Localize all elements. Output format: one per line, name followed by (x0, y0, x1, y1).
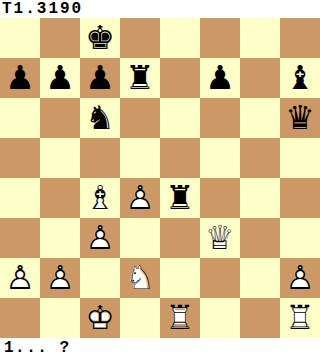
square-g2[interactable] (240, 258, 280, 298)
chess-board: ♚♟♟♟♜♟♝♞♛♝♗♟♙♜♟♙♛♕♟♙♟♙♞♘♟♙♚♔♜♖♜♖ (0, 18, 320, 338)
square-e4[interactable]: ♜ (160, 178, 200, 218)
square-e8[interactable] (160, 18, 200, 58)
black-rook-piece: ♜ (120, 58, 160, 98)
square-a1[interactable] (0, 298, 40, 338)
square-h6[interactable]: ♛ (280, 98, 320, 138)
square-g5[interactable] (240, 138, 280, 178)
square-f5[interactable] (200, 138, 240, 178)
white-queen-piece: ♕ (200, 218, 240, 258)
square-d4[interactable]: ♟♙ (120, 178, 160, 218)
square-f4[interactable] (200, 178, 240, 218)
black-knight-piece: ♞ (80, 98, 120, 138)
square-c4[interactable]: ♝♗ (80, 178, 120, 218)
puzzle-title: T1.3190 (0, 0, 320, 18)
square-b8[interactable] (40, 18, 80, 58)
square-e3[interactable] (160, 218, 200, 258)
square-f6[interactable] (200, 98, 240, 138)
square-f3[interactable]: ♛♕ (200, 218, 240, 258)
square-e1[interactable]: ♜♖ (160, 298, 200, 338)
square-d6[interactable] (120, 98, 160, 138)
square-b1[interactable] (40, 298, 80, 338)
square-e6[interactable] (160, 98, 200, 138)
square-a8[interactable] (0, 18, 40, 58)
square-g3[interactable] (240, 218, 280, 258)
square-d2[interactable]: ♞♘ (120, 258, 160, 298)
white-pawn-piece: ♙ (120, 178, 160, 218)
square-e5[interactable] (160, 138, 200, 178)
square-b2[interactable]: ♟♙ (40, 258, 80, 298)
white-king-piece: ♔ (80, 298, 120, 338)
square-h2[interactable]: ♟♙ (280, 258, 320, 298)
square-d7[interactable]: ♜ (120, 58, 160, 98)
square-b7[interactable]: ♟ (40, 58, 80, 98)
square-h7[interactable]: ♝ (280, 58, 320, 98)
square-b6[interactable] (40, 98, 80, 138)
white-pawn-piece: ♙ (80, 218, 120, 258)
square-h4[interactable] (280, 178, 320, 218)
square-c6[interactable]: ♞ (80, 98, 120, 138)
black-pawn-piece: ♟ (40, 58, 80, 98)
square-b3[interactable] (40, 218, 80, 258)
square-h8[interactable] (280, 18, 320, 58)
square-e7[interactable] (160, 58, 200, 98)
white-bishop-piece: ♗ (80, 178, 120, 218)
black-pawn-piece: ♟ (80, 58, 120, 98)
square-g8[interactable] (240, 18, 280, 58)
square-c8[interactable]: ♚ (80, 18, 120, 58)
square-e2[interactable] (160, 258, 200, 298)
square-a4[interactable] (0, 178, 40, 218)
black-bishop-piece: ♝ (280, 58, 320, 98)
black-rook-piece: ♜ (160, 178, 200, 218)
square-c1[interactable]: ♚♔ (80, 298, 120, 338)
square-f1[interactable] (200, 298, 240, 338)
square-d8[interactable] (120, 18, 160, 58)
black-king-piece: ♚ (80, 18, 120, 58)
square-a3[interactable] (0, 218, 40, 258)
white-pawn-piece: ♙ (0, 258, 40, 298)
square-a5[interactable] (0, 138, 40, 178)
square-a7[interactable]: ♟ (0, 58, 40, 98)
square-b4[interactable] (40, 178, 80, 218)
square-d5[interactable] (120, 138, 160, 178)
square-h1[interactable]: ♜♖ (280, 298, 320, 338)
square-c5[interactable] (80, 138, 120, 178)
square-g7[interactable] (240, 58, 280, 98)
square-g1[interactable] (240, 298, 280, 338)
black-pawn-piece: ♟ (200, 58, 240, 98)
white-pawn-piece: ♙ (40, 258, 80, 298)
square-c2[interactable] (80, 258, 120, 298)
square-f8[interactable] (200, 18, 240, 58)
square-d3[interactable] (120, 218, 160, 258)
square-h5[interactable] (280, 138, 320, 178)
square-c7[interactable]: ♟ (80, 58, 120, 98)
square-a2[interactable]: ♟♙ (0, 258, 40, 298)
black-queen-piece: ♛ (280, 98, 320, 138)
square-f2[interactable] (200, 258, 240, 298)
white-rook-piece: ♖ (160, 298, 200, 338)
square-g4[interactable] (240, 178, 280, 218)
square-b5[interactable] (40, 138, 80, 178)
square-f7[interactable]: ♟ (200, 58, 240, 98)
white-rook-piece: ♖ (280, 298, 320, 338)
square-a6[interactable] (0, 98, 40, 138)
square-d1[interactable] (120, 298, 160, 338)
move-prompt: 1... ? (0, 338, 320, 360)
square-h3[interactable] (280, 218, 320, 258)
square-g6[interactable] (240, 98, 280, 138)
black-pawn-piece: ♟ (0, 58, 40, 98)
white-knight-piece: ♘ (120, 258, 160, 298)
white-pawn-piece: ♙ (280, 258, 320, 298)
square-c3[interactable]: ♟♙ (80, 218, 120, 258)
